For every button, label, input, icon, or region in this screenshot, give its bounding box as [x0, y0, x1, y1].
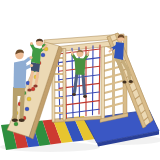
front-right-post [101, 44, 105, 120]
boy-ladder-forearm [110, 49, 113, 52]
net-rope-vertical [72, 48, 73, 117]
adult-hand [29, 56, 32, 59]
boy-wall-shoe [27, 88, 31, 91]
boy-wall-shoe [33, 84, 37, 87]
boy-ladder-leg [128, 70, 130, 80]
boy-net-forearm [72, 52, 73, 55]
boy-net-shoe [83, 95, 87, 98]
corner-ladder-post [63, 49, 66, 121]
adult-torso [14, 61, 27, 89]
climbing-hold [25, 107, 29, 111]
net-rope-vertical [79, 48, 80, 117]
boy-ladder-shoe [129, 80, 133, 83]
adult-shoe [19, 119, 25, 122]
climbing-gym-scene [0, 0, 160, 160]
net-rope-vertical [99, 45, 100, 114]
net-rope-vertical [93, 46, 94, 115]
adult-hand [30, 64, 33, 67]
climbing-hold [27, 97, 31, 101]
climbing-hold [14, 122, 18, 126]
climbing-hold [41, 53, 45, 57]
product-photo [0, 0, 160, 160]
boy-net-forearm [88, 52, 89, 55]
boy-wall-hand [30, 42, 33, 45]
boy-wall-torso [31, 47, 41, 64]
boy-net-torso [75, 58, 86, 75]
boy-wall-leg [36, 72, 38, 84]
boy-net-shoe [72, 93, 76, 96]
boy-net-leg [75, 73, 78, 92]
boy-ladder-shoe [122, 81, 126, 84]
boy-net-leg [83, 74, 85, 94]
adult-shoe [12, 119, 18, 122]
